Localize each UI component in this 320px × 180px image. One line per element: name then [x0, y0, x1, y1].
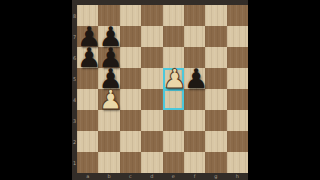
square-e8[interactable] [163, 5, 184, 26]
file-label-b: b [98, 173, 119, 180]
square-d1[interactable] [141, 152, 162, 173]
square-a6[interactable]: ♟ [77, 47, 98, 68]
file-label-e: e [163, 173, 184, 180]
square-g2[interactable] [205, 131, 226, 152]
square-a1[interactable] [77, 152, 98, 173]
piece-black-pawn-a6[interactable]: ♟ [77, 47, 98, 69]
square-f5[interactable]: ♟ [184, 68, 205, 89]
square-a3[interactable] [77, 110, 98, 131]
piece-white-pawn-b4[interactable]: ♟ [98, 89, 119, 111]
square-h5[interactable] [227, 68, 248, 89]
file-label-h: h [227, 173, 248, 180]
square-b2[interactable] [98, 131, 119, 152]
square-h2[interactable] [227, 131, 248, 152]
square-g1[interactable] [205, 152, 226, 173]
square-c1[interactable] [120, 152, 141, 173]
square-h4[interactable] [227, 89, 248, 110]
square-g5[interactable] [205, 68, 226, 89]
square-g8[interactable] [205, 5, 226, 26]
square-g3[interactable] [205, 110, 226, 131]
square-h6[interactable] [227, 47, 248, 68]
square-e3[interactable] [163, 110, 184, 131]
square-d4[interactable] [141, 89, 162, 110]
file-label-f: f [184, 173, 205, 180]
square-g7[interactable] [205, 26, 226, 47]
piece-white-pawn-e5[interactable]: ♟ [163, 68, 184, 90]
square-h8[interactable] [227, 5, 248, 26]
square-g6[interactable] [205, 47, 226, 68]
chess-board: 87654321 ♟♟♟♟♟♟♟♟ abcdefgh [72, 0, 248, 180]
square-b1[interactable] [98, 152, 119, 173]
file-label-a: a [77, 173, 98, 180]
square-b4[interactable]: ♟ [98, 89, 119, 110]
letterbox-right [248, 0, 320, 180]
square-f3[interactable] [184, 110, 205, 131]
piece-black-pawn-f5[interactable]: ♟ [184, 68, 205, 90]
square-a2[interactable] [77, 131, 98, 152]
square-d7[interactable] [141, 26, 162, 47]
square-h3[interactable] [227, 110, 248, 131]
square-d5[interactable] [141, 68, 162, 89]
square-f7[interactable] [184, 26, 205, 47]
app-screen: 87654321 ♟♟♟♟♟♟♟♟ abcdefgh [0, 0, 320, 180]
square-d2[interactable] [141, 131, 162, 152]
square-h7[interactable] [227, 26, 248, 47]
square-c2[interactable] [120, 131, 141, 152]
square-d8[interactable] [141, 5, 162, 26]
file-label-d: d [141, 173, 162, 180]
file-label-g: g [205, 173, 226, 180]
square-f1[interactable] [184, 152, 205, 173]
square-d3[interactable] [141, 110, 162, 131]
file-label-c: c [120, 173, 141, 180]
square-d6[interactable] [141, 47, 162, 68]
square-e2[interactable] [163, 131, 184, 152]
square-e5[interactable]: ♟ [163, 68, 184, 89]
square-e1[interactable] [163, 152, 184, 173]
board-grid: ♟♟♟♟♟♟♟♟ [77, 5, 248, 173]
square-f8[interactable] [184, 5, 205, 26]
square-e7[interactable] [163, 26, 184, 47]
file-labels: abcdefgh [77, 173, 248, 180]
square-h1[interactable] [227, 152, 248, 173]
square-a4[interactable] [77, 89, 98, 110]
letterbox-left [0, 0, 72, 180]
square-g4[interactable] [205, 89, 226, 110]
square-f2[interactable] [184, 131, 205, 152]
